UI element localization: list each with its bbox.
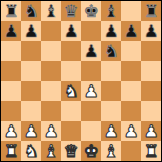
black-pawn[interactable]: ♟ — [63, 21, 78, 41]
square-h3[interactable] — [141, 101, 161, 121]
square-h2[interactable]: ♟ — [141, 121, 161, 141]
black-pawn[interactable]: ♟ — [83, 41, 98, 61]
black-king[interactable]: ♚ — [83, 1, 98, 21]
square-b4[interactable] — [21, 81, 41, 101]
square-b3[interactable] — [21, 101, 41, 121]
square-e5[interactable] — [81, 61, 101, 81]
square-e3[interactable] — [81, 101, 101, 121]
square-d1[interactable]: ♛ — [61, 141, 81, 161]
white-pawn[interactable]: ♟ — [143, 121, 158, 141]
square-d8[interactable]: ♛ — [61, 1, 81, 21]
square-f2[interactable]: ♟ — [101, 121, 121, 141]
black-bishop[interactable]: ♝ — [103, 1, 118, 21]
square-c6[interactable] — [41, 41, 61, 61]
square-e4[interactable]: ♟ — [81, 81, 101, 101]
white-queen[interactable]: ♛ — [63, 141, 78, 161]
square-h6[interactable] — [141, 41, 161, 61]
square-f1[interactable]: ♝ — [101, 141, 121, 161]
square-a2[interactable]: ♟ — [1, 121, 21, 141]
square-d4[interactable]: ♞ — [61, 81, 81, 101]
white-rook[interactable]: ♜ — [143, 141, 158, 161]
square-b1[interactable]: ♞ — [21, 141, 41, 161]
black-queen[interactable]: ♛ — [63, 1, 78, 21]
black-bishop[interactable]: ♝ — [43, 1, 58, 21]
square-h1[interactable]: ♜ — [141, 141, 161, 161]
black-rook[interactable]: ♜ — [143, 1, 158, 21]
square-c3[interactable] — [41, 101, 61, 121]
square-a5[interactable] — [1, 61, 21, 81]
white-rook[interactable]: ♜ — [3, 141, 18, 161]
square-c7[interactable] — [41, 21, 61, 41]
white-bishop[interactable]: ♝ — [43, 141, 58, 161]
white-knight[interactable]: ♞ — [23, 141, 38, 161]
square-b7[interactable]: ♟ — [21, 21, 41, 41]
square-f5[interactable] — [101, 61, 121, 81]
black-knight[interactable]: ♞ — [23, 1, 38, 21]
square-h5[interactable] — [141, 61, 161, 81]
square-c8[interactable]: ♝ — [41, 1, 61, 21]
square-b2[interactable]: ♟ — [21, 121, 41, 141]
square-b6[interactable] — [21, 41, 41, 61]
black-pawn[interactable]: ♟ — [123, 21, 138, 41]
white-pawn[interactable]: ♟ — [123, 121, 138, 141]
square-c5[interactable] — [41, 61, 61, 81]
white-pawn[interactable]: ♟ — [3, 121, 18, 141]
square-d3[interactable] — [61, 101, 81, 121]
square-e2[interactable] — [81, 121, 101, 141]
square-g6[interactable] — [121, 41, 141, 61]
black-pawn[interactable]: ♟ — [103, 21, 118, 41]
square-g5[interactable] — [121, 61, 141, 81]
square-d2[interactable] — [61, 121, 81, 141]
square-g8[interactable] — [121, 1, 141, 21]
white-knight[interactable]: ♞ — [63, 81, 78, 101]
square-h4[interactable] — [141, 81, 161, 101]
square-d5[interactable] — [61, 61, 81, 81]
white-pawn[interactable]: ♟ — [23, 121, 38, 141]
square-f3[interactable] — [101, 101, 121, 121]
square-g3[interactable] — [121, 101, 141, 121]
white-king[interactable]: ♚ — [83, 141, 98, 161]
square-f7[interactable]: ♟ — [101, 21, 121, 41]
square-a1[interactable]: ♜ — [1, 141, 21, 161]
square-h7[interactable]: ♟ — [141, 21, 161, 41]
square-h8[interactable]: ♜ — [141, 1, 161, 21]
square-c4[interactable] — [41, 81, 61, 101]
square-f8[interactable]: ♝ — [101, 1, 121, 21]
square-g1[interactable] — [121, 141, 141, 161]
square-a3[interactable] — [1, 101, 21, 121]
square-e6[interactable]: ♟ — [81, 41, 101, 61]
white-pawn[interactable]: ♟ — [43, 121, 58, 141]
square-g7[interactable]: ♟ — [121, 21, 141, 41]
square-f6[interactable]: ♞ — [101, 41, 121, 61]
square-a6[interactable] — [1, 41, 21, 61]
square-e8[interactable]: ♚ — [81, 1, 101, 21]
square-c1[interactable]: ♝ — [41, 141, 61, 161]
black-pawn[interactable]: ♟ — [3, 21, 18, 41]
square-e7[interactable] — [81, 21, 101, 41]
square-a8[interactable]: ♜ — [1, 1, 21, 21]
square-g2[interactable]: ♟ — [121, 121, 141, 141]
white-pawn[interactable]: ♟ — [103, 121, 118, 141]
black-pawn[interactable]: ♟ — [23, 21, 38, 41]
square-d7[interactable]: ♟ — [61, 21, 81, 41]
square-f4[interactable] — [101, 81, 121, 101]
square-b5[interactable] — [21, 61, 41, 81]
black-pawn[interactable]: ♟ — [143, 21, 158, 41]
white-bishop[interactable]: ♝ — [103, 141, 118, 161]
black-knight[interactable]: ♞ — [103, 41, 118, 61]
black-rook[interactable]: ♜ — [3, 1, 18, 21]
square-a7[interactable]: ♟ — [1, 21, 21, 41]
square-e1[interactable]: ♚ — [81, 141, 101, 161]
square-a4[interactable] — [1, 81, 21, 101]
square-c2[interactable]: ♟ — [41, 121, 61, 141]
chess-app: ♜♞♝♛♚♝♜♟♟♟♟♟♟♟♞♞♟♟♟♟♟♟♟♜♞♝♛♚♝♜ — [0, 0, 162, 162]
square-b8[interactable]: ♞ — [21, 1, 41, 21]
square-g4[interactable] — [121, 81, 141, 101]
square-d6[interactable] — [61, 41, 81, 61]
white-pawn[interactable]: ♟ — [83, 81, 98, 101]
chess-board: ♜♞♝♛♚♝♜♟♟♟♟♟♟♟♞♞♟♟♟♟♟♟♟♜♞♝♛♚♝♜ — [0, 0, 162, 162]
